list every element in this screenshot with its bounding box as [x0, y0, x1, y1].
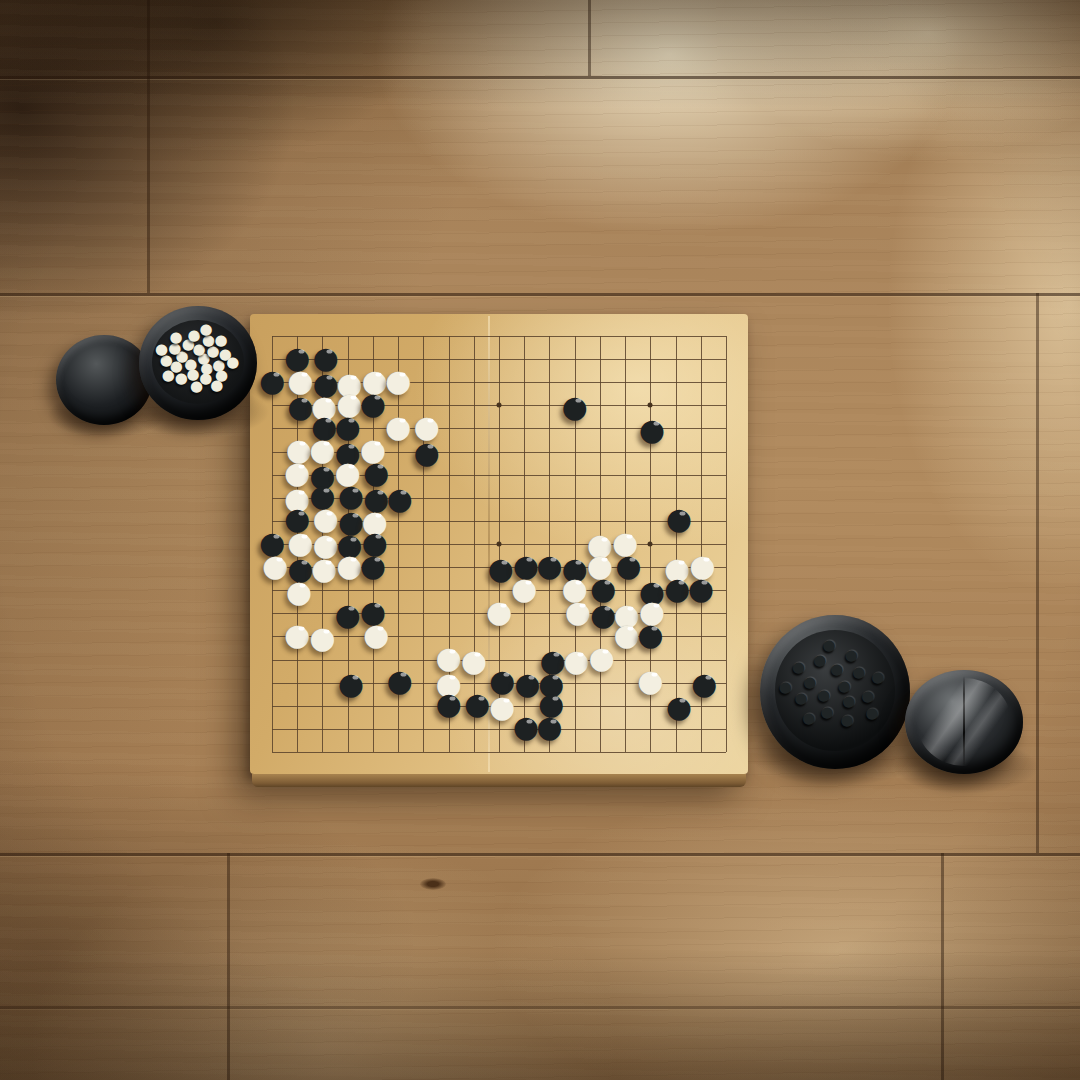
stone-highlight — [401, 491, 407, 495]
stone-highlight — [554, 653, 560, 657]
black-bowl-stone: ● — [860, 689, 875, 704]
white-stone: ● — [309, 625, 332, 648]
stone-highlight — [527, 557, 533, 561]
stone-highlight — [324, 468, 330, 472]
stone-highlight — [628, 627, 634, 631]
black-bowl-stone: ● — [801, 711, 816, 726]
star-point — [497, 403, 502, 408]
white-bowl-stone: ● — [174, 370, 189, 385]
stone-highlight — [502, 560, 508, 564]
stone-highlight — [273, 373, 279, 377]
stone-highlight — [576, 581, 582, 585]
stone-highlight — [377, 627, 383, 631]
black-stone: ● — [259, 368, 282, 391]
stone-highlight — [653, 583, 659, 587]
stone-highlight — [478, 696, 484, 700]
stone-highlight — [376, 534, 382, 538]
white-stone: ● — [637, 669, 660, 692]
stone-highlight — [629, 557, 635, 561]
black-bowl-stone: ● — [791, 660, 806, 675]
star-point — [497, 542, 502, 547]
black-stone: ● — [360, 392, 383, 415]
stone-highlight — [601, 557, 607, 561]
black-bowl-lid — [905, 670, 1023, 774]
stone-highlight — [576, 398, 582, 402]
stone-highlight — [579, 604, 585, 608]
black-stone: ● — [666, 695, 689, 718]
black-stone: ● — [536, 553, 559, 576]
stone-highlight — [653, 604, 659, 608]
stone-highlight — [551, 557, 557, 561]
stone-highlight — [374, 396, 380, 400]
stone-highlight — [300, 583, 306, 587]
stone-highlight — [603, 650, 609, 654]
white-bowl-stone: ● — [199, 322, 214, 337]
stone-highlight — [325, 398, 331, 402]
stone-highlight — [374, 442, 380, 446]
stone-highlight — [626, 534, 632, 538]
stone-highlight — [349, 445, 355, 449]
stone-highlight — [527, 719, 533, 723]
black-stone: ● — [637, 623, 660, 646]
star-point — [648, 403, 653, 408]
black-stone: ● — [639, 417, 662, 440]
black-stone: ● — [360, 553, 383, 576]
black-stone: ● — [335, 602, 358, 625]
plank-seam — [0, 76, 1080, 79]
black-stone: ● — [338, 672, 361, 695]
stone-highlight — [604, 581, 610, 585]
black-bowl-stone: ● — [841, 694, 856, 709]
white-stone-bowl: ●●●●●●●●●●●●●●●●●●●●●●●●●● — [139, 306, 257, 420]
stone-highlight — [350, 537, 356, 541]
stone-highlight — [302, 373, 308, 377]
stone-highlight — [525, 581, 531, 585]
white-bowl-stone: ● — [189, 378, 204, 393]
stone-highlight — [551, 719, 557, 723]
stone-highlight — [298, 511, 304, 515]
stone-highlight — [376, 514, 382, 518]
stone-highlight — [327, 375, 333, 379]
stone-highlight — [653, 422, 659, 426]
plank-joint — [227, 853, 230, 1080]
black-stone: ● — [488, 556, 511, 579]
white-bowl-stone: ● — [161, 368, 176, 383]
white-bowl-stone: ● — [168, 330, 183, 345]
stone-highlight — [475, 653, 481, 657]
black-stone: ● — [513, 715, 536, 738]
stone-highlight — [529, 676, 535, 680]
stone-highlight — [450, 650, 456, 654]
stone-highlight — [327, 349, 333, 353]
stone-highlight — [377, 465, 383, 469]
stone-highlight — [276, 557, 282, 561]
stone-highlight — [503, 699, 509, 703]
black-stone: ● — [615, 553, 638, 576]
black-bowl-stone: ● — [870, 670, 885, 685]
white-stone: ● — [262, 553, 285, 576]
white-stone: ● — [385, 415, 408, 438]
stone-highlight — [324, 488, 330, 492]
black-bowl-stone: ● — [793, 691, 808, 706]
white-stone: ● — [588, 646, 611, 669]
stone-highlight — [428, 419, 434, 423]
stone-highlight — [302, 398, 308, 402]
black-stone: ● — [536, 715, 559, 738]
plank-seam — [0, 853, 1080, 856]
stone-highlight — [601, 537, 607, 541]
stone-highlight — [352, 676, 358, 680]
stone-highlight — [273, 534, 279, 538]
plank-joint — [588, 0, 591, 76]
grid-line-horizontal — [272, 660, 726, 661]
stone-highlight — [324, 442, 330, 446]
stone-highlight — [651, 673, 657, 677]
black-stone: ● — [691, 672, 714, 695]
black-stone: ● — [413, 441, 436, 464]
stone-highlight — [349, 606, 355, 610]
stone-highlight — [503, 673, 509, 677]
white-stone: ● — [489, 695, 512, 718]
stone-highlight — [352, 488, 358, 492]
white-stone: ● — [461, 649, 484, 672]
black-bowl-stone: ● — [820, 704, 835, 719]
black-bowl-stone: ● — [865, 706, 880, 721]
stone-highlight — [678, 560, 684, 564]
white-stone: ● — [486, 600, 509, 623]
grid-line-vertical — [726, 336, 727, 752]
black-bowl-cavity: ●●●●●●●●●●●●●●●●●● — [775, 630, 895, 750]
stone-highlight — [552, 696, 558, 700]
white-bowl-stone: ● — [214, 332, 229, 347]
white-stone: ● — [286, 579, 309, 602]
black-stone: ● — [464, 692, 487, 715]
stone-highlight — [576, 560, 582, 564]
stone-highlight — [377, 491, 383, 495]
stone-highlight — [349, 419, 355, 423]
black-bowl-stone: ● — [851, 665, 866, 680]
stone-highlight — [352, 514, 358, 518]
stone-highlight — [704, 557, 710, 561]
board-side-edge — [252, 774, 746, 787]
white-bowl-stone: ● — [225, 355, 240, 370]
stone-highlight — [500, 604, 506, 608]
black-stone: ● — [562, 394, 585, 417]
white-stone: ● — [565, 600, 588, 623]
plank-joint — [147, 0, 150, 293]
black-stone: ● — [435, 692, 458, 715]
black-stone: ● — [514, 672, 537, 695]
white-stone: ● — [311, 556, 334, 579]
black-bowl-stone: ● — [778, 680, 793, 695]
stone-highlight — [428, 445, 434, 449]
stone-highlight — [450, 696, 456, 700]
stone-highlight — [376, 373, 382, 377]
black-stone: ● — [666, 507, 689, 530]
stone-highlight — [399, 373, 405, 377]
grid-line-horizontal — [272, 729, 726, 730]
star-point — [648, 542, 653, 547]
stone-highlight — [302, 534, 308, 538]
stone-highlight — [401, 673, 407, 677]
black-bowl-stone: ● — [802, 674, 817, 689]
stone-highlight — [680, 699, 686, 703]
wood-knot — [420, 878, 446, 890]
black-bowl-stone: ● — [812, 653, 827, 668]
white-stone: ● — [363, 623, 386, 646]
stone-highlight — [327, 537, 333, 541]
black-bowl-stone: ● — [821, 637, 836, 652]
stone-highlight — [327, 511, 333, 515]
white-bowl-stone: ● — [209, 377, 224, 392]
white-stone: ● — [614, 623, 637, 646]
stone-highlight — [702, 581, 708, 585]
black-stone: ● — [590, 602, 613, 625]
stone-highlight — [604, 606, 610, 610]
table-scene: ●●●●●●●●●●●●●●●●●●●●●●●●●●●●●●●●●●●●●●●●… — [0, 0, 1080, 1080]
stone-highlight — [350, 375, 356, 379]
stone-highlight — [450, 676, 456, 680]
stone-highlight — [349, 465, 355, 469]
stone-highlight — [324, 630, 330, 634]
stone-highlight — [298, 465, 304, 469]
black-stone-bowl: ●●●●●●●●●●●●●●●●●● — [760, 615, 910, 769]
stone-highlight — [350, 557, 356, 561]
stone-highlight — [628, 606, 634, 610]
stone-highlight — [678, 581, 684, 585]
stone-highlight — [552, 676, 558, 680]
black-stone: ● — [387, 669, 410, 692]
black-bowl-stone: ● — [840, 712, 855, 727]
white-bowl-stone: ● — [154, 342, 169, 357]
black-stone: ● — [664, 576, 687, 599]
stone-highlight — [651, 627, 657, 631]
plank-joint — [941, 853, 944, 1080]
white-stone: ● — [284, 623, 307, 646]
stone-highlight — [350, 396, 356, 400]
go-board: ●●●●●●●●●●●●●●●●●●●●●●●●●●●●●●●●●●●●●●●●… — [250, 314, 748, 774]
white-stone: ● — [385, 368, 408, 391]
white-stone: ● — [563, 649, 586, 672]
stone-highlight — [325, 560, 331, 564]
plank-seam — [0, 1006, 1080, 1009]
black-bowl-stone: ● — [816, 687, 831, 702]
black-stone: ● — [387, 487, 410, 510]
stone-highlight — [300, 442, 306, 446]
white-bowl-cavity: ●●●●●●●●●●●●●●●●●●●●●●●●●● — [152, 320, 244, 404]
stone-highlight — [374, 557, 380, 561]
plank-seam — [0, 293, 1080, 296]
stone-highlight — [399, 419, 405, 423]
stone-highlight — [680, 511, 686, 515]
stone-highlight — [325, 419, 331, 423]
stone-highlight — [298, 349, 304, 353]
white-stone: ● — [336, 553, 359, 576]
black-bowl-stone: ● — [844, 647, 859, 662]
stone-highlight — [298, 491, 304, 495]
black-stone: ● — [688, 576, 711, 599]
black-bowl-stone: ● — [829, 661, 844, 676]
stone-highlight — [705, 676, 711, 680]
stone-highlight — [577, 653, 583, 657]
stone-highlight — [298, 627, 304, 631]
lid-sheen — [917, 678, 1011, 765]
white-stone: ● — [511, 576, 534, 599]
black-stone: ● — [287, 394, 310, 417]
stone-highlight — [374, 604, 380, 608]
stone-highlight — [302, 560, 308, 564]
black-bowl-stone: ● — [837, 678, 852, 693]
grid-line-horizontal — [272, 752, 726, 753]
